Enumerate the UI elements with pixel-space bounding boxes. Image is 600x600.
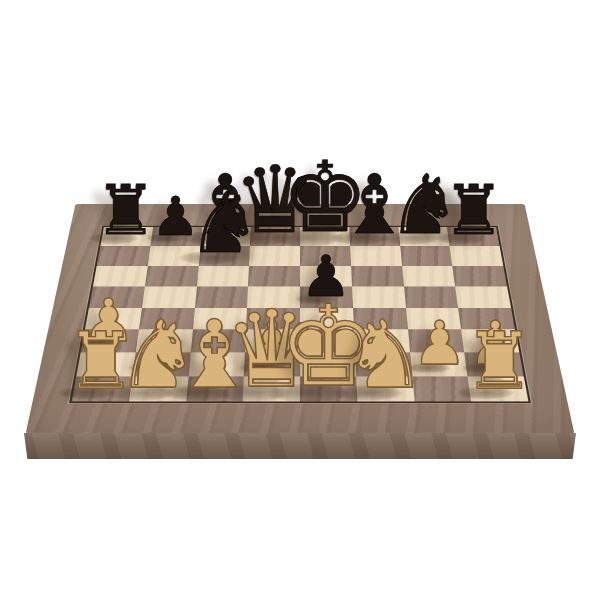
square-a8 xyxy=(100,227,153,246)
square-d8 xyxy=(250,227,300,246)
square-e4 xyxy=(300,308,354,330)
square-a6 xyxy=(93,266,148,287)
square-d4 xyxy=(246,308,300,330)
square-h2 xyxy=(465,353,524,377)
square-b5 xyxy=(142,286,197,307)
square-a3 xyxy=(81,330,139,353)
square-e8 xyxy=(300,227,350,246)
square-c6 xyxy=(196,266,249,287)
chessboard-photo: ♜♟♝♛♚♝♞♜♞♟♟♟♟♟♟♜♞♝♛♚♞♜ xyxy=(0,0,600,600)
square-a7 xyxy=(97,246,151,266)
square-e5 xyxy=(300,286,353,307)
square-f2 xyxy=(355,353,412,377)
square-e6 xyxy=(300,266,352,287)
square-g8 xyxy=(398,227,450,246)
square-g7 xyxy=(400,246,453,266)
square-b4 xyxy=(139,308,195,330)
chess-board xyxy=(69,226,531,404)
square-d1 xyxy=(243,377,300,402)
square-a4 xyxy=(85,308,142,330)
square-h3 xyxy=(461,330,519,353)
square-c5 xyxy=(195,286,249,307)
square-f4 xyxy=(353,308,408,330)
square-e1 xyxy=(300,377,357,402)
square-e7 xyxy=(300,246,351,266)
square-c4 xyxy=(192,308,247,330)
square-b1 xyxy=(129,377,188,402)
square-g4 xyxy=(406,308,462,330)
square-g3 xyxy=(408,330,465,353)
square-d5 xyxy=(247,286,300,307)
square-a2 xyxy=(76,353,135,377)
square-f3 xyxy=(354,330,410,353)
square-e3 xyxy=(300,330,355,353)
square-f7 xyxy=(350,246,402,266)
square-d7 xyxy=(249,246,300,266)
square-c2 xyxy=(188,353,245,377)
square-c8 xyxy=(200,227,251,246)
square-h4 xyxy=(458,308,515,330)
square-d3 xyxy=(245,330,300,353)
square-h5 xyxy=(455,286,511,307)
square-h7 xyxy=(450,246,504,266)
square-a1 xyxy=(72,377,133,402)
board-front-edge xyxy=(24,433,576,459)
square-c1 xyxy=(186,377,244,402)
square-f6 xyxy=(351,266,404,287)
square-g5 xyxy=(404,286,459,307)
square-a5 xyxy=(89,286,145,307)
square-b3 xyxy=(135,330,192,353)
square-f8 xyxy=(349,227,400,246)
square-h1 xyxy=(468,377,529,402)
square-g1 xyxy=(412,377,471,402)
square-b7 xyxy=(148,246,201,266)
square-h8 xyxy=(447,227,500,246)
square-g6 xyxy=(402,266,456,287)
square-f1 xyxy=(356,377,414,402)
square-d2 xyxy=(244,353,300,377)
square-b6 xyxy=(145,266,199,287)
square-h6 xyxy=(452,266,507,287)
square-c7 xyxy=(198,246,250,266)
board-frame xyxy=(26,204,575,434)
square-b2 xyxy=(132,353,190,377)
square-c3 xyxy=(190,330,246,353)
square-e2 xyxy=(300,353,356,377)
square-d6 xyxy=(248,266,300,287)
square-b8 xyxy=(150,227,202,246)
square-f5 xyxy=(352,286,406,307)
square-g2 xyxy=(410,353,468,377)
